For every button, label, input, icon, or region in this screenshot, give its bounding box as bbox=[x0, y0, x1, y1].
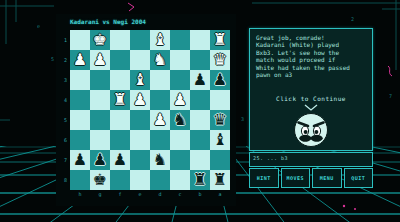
file-label: c bbox=[170, 191, 190, 197]
white-pawn: ♟ bbox=[70, 50, 90, 70]
square-d8[interactable] bbox=[150, 170, 170, 190]
white-pawn: ♟ bbox=[150, 110, 170, 130]
rank-label: 1 bbox=[62, 30, 69, 50]
white-pawn: ♟ bbox=[130, 90, 150, 110]
file-label: f bbox=[110, 191, 130, 197]
menu-button[interactable]: MENU bbox=[312, 168, 342, 188]
square-h3[interactable] bbox=[70, 70, 90, 90]
square-c1[interactable] bbox=[170, 30, 190, 50]
square-d7[interactable]: ♞ bbox=[150, 150, 170, 170]
decor-glyph: 2 bbox=[351, 16, 354, 22]
square-d3[interactable] bbox=[150, 70, 170, 90]
square-g7[interactable]: ♟ bbox=[90, 150, 110, 170]
square-f7[interactable]: ♟ bbox=[110, 150, 130, 170]
square-b4[interactable] bbox=[190, 90, 210, 110]
square-a6[interactable]: ♝ bbox=[210, 130, 230, 150]
quit-button[interactable]: QUIT bbox=[344, 168, 374, 188]
black-rook: ♜ bbox=[190, 170, 210, 190]
square-g1[interactable]: ♚ bbox=[90, 30, 110, 50]
square-c2[interactable] bbox=[170, 50, 190, 70]
black-pawn: ♟ bbox=[110, 150, 130, 170]
rank-label: 3 bbox=[62, 70, 69, 90]
square-e3[interactable]: ♝ bbox=[130, 70, 150, 90]
square-e4[interactable]: ♟ bbox=[130, 90, 150, 110]
black-pawn: ♟ bbox=[210, 70, 230, 90]
black-bishop: ♝ bbox=[210, 130, 230, 150]
square-g6[interactable] bbox=[90, 130, 110, 150]
square-a5[interactable]: ♛ bbox=[210, 110, 230, 130]
square-d4[interactable] bbox=[150, 90, 170, 110]
moves-button[interactable]: MOVES bbox=[281, 168, 311, 188]
file-label: b bbox=[190, 191, 210, 197]
square-b1[interactable] bbox=[190, 30, 210, 50]
black-pawn: ♟ bbox=[70, 150, 90, 170]
black-knight: ♞ bbox=[170, 110, 190, 130]
square-c7[interactable] bbox=[170, 150, 190, 170]
square-c4[interactable]: ♟ bbox=[170, 90, 190, 110]
rank-label: 4 bbox=[62, 90, 69, 110]
square-c3[interactable] bbox=[170, 70, 190, 90]
square-e5[interactable] bbox=[130, 110, 150, 130]
square-c5[interactable]: ♞ bbox=[170, 110, 190, 130]
square-f3[interactable] bbox=[110, 70, 130, 90]
decor-glyph: e bbox=[37, 23, 40, 29]
rank-label: 2 bbox=[62, 50, 69, 70]
black-rook: ♜ bbox=[210, 170, 230, 190]
coach-message-line: Kadarani (White) played bbox=[256, 41, 368, 48]
white-king: ♚ bbox=[90, 30, 110, 50]
action-button-row: HINTMOVESMENUQUIT bbox=[249, 168, 373, 188]
square-h4[interactable] bbox=[70, 90, 90, 110]
rank-label: 5 bbox=[62, 110, 69, 130]
square-c6[interactable] bbox=[170, 130, 190, 150]
white-bishop: ♝ bbox=[150, 30, 170, 50]
rank-label: 8 bbox=[62, 170, 69, 190]
square-h6[interactable] bbox=[70, 130, 90, 150]
square-h2[interactable]: ♟ bbox=[70, 50, 90, 70]
black-knight: ♞ bbox=[150, 150, 170, 170]
square-e1[interactable] bbox=[130, 30, 150, 50]
square-e7[interactable] bbox=[130, 150, 150, 170]
coach-message: Great job, comrade!Kadarani (White) play… bbox=[256, 34, 368, 78]
square-f6[interactable] bbox=[110, 130, 130, 150]
square-a3[interactable]: ♟ bbox=[210, 70, 230, 90]
white-pawn: ♟ bbox=[170, 90, 190, 110]
decor-glyph: 7 bbox=[389, 93, 392, 99]
white-rook: ♜ bbox=[210, 30, 230, 50]
square-b2[interactable] bbox=[190, 50, 210, 70]
square-d2[interactable]: ♞ bbox=[150, 50, 170, 70]
game-title: Kadarani vs Negi 2004 bbox=[70, 18, 230, 25]
file-labels: hgfedcba bbox=[70, 191, 230, 197]
coach-message-line: pawn on a3 bbox=[256, 71, 368, 78]
coach-message-line: Great job, comrade! bbox=[256, 34, 368, 41]
rank-labels: 12345678 bbox=[62, 30, 69, 190]
file-label: d bbox=[150, 191, 170, 197]
chess-board: ♚♝♜♟♟♞♛♝♟♟♜♟♟♟♞♛♝♟♟♟♞♚♜♜ bbox=[70, 30, 230, 190]
square-g8[interactable]: ♚ bbox=[90, 170, 110, 190]
black-queen: ♛ bbox=[210, 110, 230, 130]
square-f1[interactable] bbox=[110, 30, 130, 50]
square-f2[interactable] bbox=[110, 50, 130, 70]
square-e2[interactable] bbox=[130, 50, 150, 70]
square-f4[interactable]: ♜ bbox=[110, 90, 130, 110]
decor-glyph: 5 bbox=[51, 56, 54, 62]
white-rook: ♜ bbox=[110, 90, 130, 110]
file-label: a bbox=[210, 191, 230, 197]
file-label: h bbox=[70, 191, 90, 197]
square-f8[interactable] bbox=[110, 170, 130, 190]
rank-label: 6 bbox=[62, 130, 69, 150]
file-label: e bbox=[130, 191, 150, 197]
square-a2[interactable]: ♛ bbox=[210, 50, 230, 70]
square-g4[interactable] bbox=[90, 90, 110, 110]
square-h8[interactable] bbox=[70, 170, 90, 190]
square-h7[interactable]: ♟ bbox=[70, 150, 90, 170]
last-move-text: 25. ... b3 bbox=[253, 155, 288, 161]
black-king: ♚ bbox=[90, 170, 110, 190]
bot-face-icon bbox=[291, 111, 331, 151]
square-a4[interactable] bbox=[210, 90, 230, 110]
square-e8[interactable] bbox=[130, 170, 150, 190]
square-h1[interactable] bbox=[70, 30, 90, 50]
decor-glyph: 3 bbox=[241, 116, 244, 122]
coach-message-line: Bxb3. Let's see how the bbox=[256, 49, 368, 56]
square-h5[interactable] bbox=[70, 110, 90, 130]
white-knight: ♞ bbox=[150, 50, 170, 70]
square-d1[interactable]: ♝ bbox=[150, 30, 170, 50]
game-screen: 5e372 Kadarani vs Negi 2004 12345678 ♚♝♜… bbox=[0, 0, 400, 222]
rank-label: 7 bbox=[62, 150, 69, 170]
square-b7[interactable] bbox=[190, 150, 210, 170]
square-a7[interactable] bbox=[210, 150, 230, 170]
square-d5[interactable]: ♟ bbox=[150, 110, 170, 130]
square-g5[interactable] bbox=[90, 110, 110, 130]
square-b6[interactable] bbox=[190, 130, 210, 150]
hint-button[interactable]: HINT bbox=[249, 168, 279, 188]
square-d6[interactable] bbox=[150, 130, 170, 150]
square-f5[interactable] bbox=[110, 110, 130, 130]
square-g3[interactable] bbox=[90, 70, 110, 90]
black-pawn: ♟ bbox=[90, 150, 110, 170]
white-bishop: ♝ bbox=[130, 70, 150, 90]
square-g2[interactable]: ♟ bbox=[90, 50, 110, 70]
black-pawn: ♟ bbox=[190, 70, 210, 90]
coach-message-line: White had taken the passed bbox=[256, 64, 368, 71]
square-a1[interactable]: ♜ bbox=[210, 30, 230, 50]
move-list-box: 25. ... b3 bbox=[249, 152, 373, 167]
square-b5[interactable] bbox=[190, 110, 210, 130]
square-c8[interactable] bbox=[170, 170, 190, 190]
white-queen: ♛ bbox=[210, 50, 230, 70]
click-to-continue-label: Click to Continue bbox=[250, 95, 372, 102]
square-b3[interactable]: ♟ bbox=[190, 70, 210, 90]
square-e6[interactable] bbox=[130, 130, 150, 150]
board-panel: Kadarani vs Negi 2004 12345678 ♚♝♜♟♟♞♛♝♟… bbox=[56, 14, 236, 206]
square-b8[interactable]: ♜ bbox=[190, 170, 210, 190]
coach-message-line: match would proceed if bbox=[256, 56, 368, 63]
square-a8[interactable]: ♜ bbox=[210, 170, 230, 190]
file-label: g bbox=[90, 191, 110, 197]
coach-dialog[interactable]: Great job, comrade!Kadarani (White) play… bbox=[249, 28, 373, 151]
white-pawn: ♟ bbox=[90, 50, 110, 70]
